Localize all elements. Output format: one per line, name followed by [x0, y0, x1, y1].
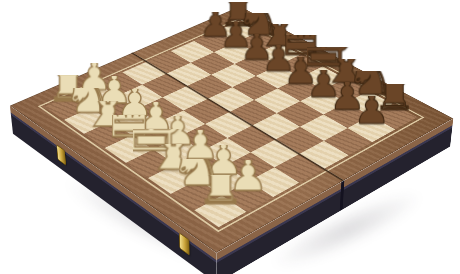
- chessboard-box: ♜♟♟♜♞♟♟♞♝♟♟♝♛♟♟♛♚♟♟♚♝♟♟♝♞♟♟♞♜♟♟♜: [10, 6, 453, 253]
- brass-clasp: [179, 232, 190, 255]
- piece-glyph: ♜: [197, 158, 245, 212]
- page-background: ♜♟♟♜♞♟♟♞♝♟♟♝♛♟♟♛♚♟♟♚♝♟♟♝♞♟♟♞♜♟♟♜: [0, 0, 460, 274]
- white-rook[interactable]: ♜: [202, 175, 239, 212]
- piece-glyph: ♟: [353, 88, 390, 129]
- brass-clasp: [56, 144, 66, 165]
- product-photo-scene: ♜♟♟♜♞♟♟♞♝♟♟♝♛♟♟♛♚♟♟♚♝♟♟♝♞♟♟♞♜♟♟♜: [0, 0, 460, 274]
- fold-seam-side: [340, 180, 345, 211]
- black-pawn[interactable]: ♟: [355, 96, 389, 130]
